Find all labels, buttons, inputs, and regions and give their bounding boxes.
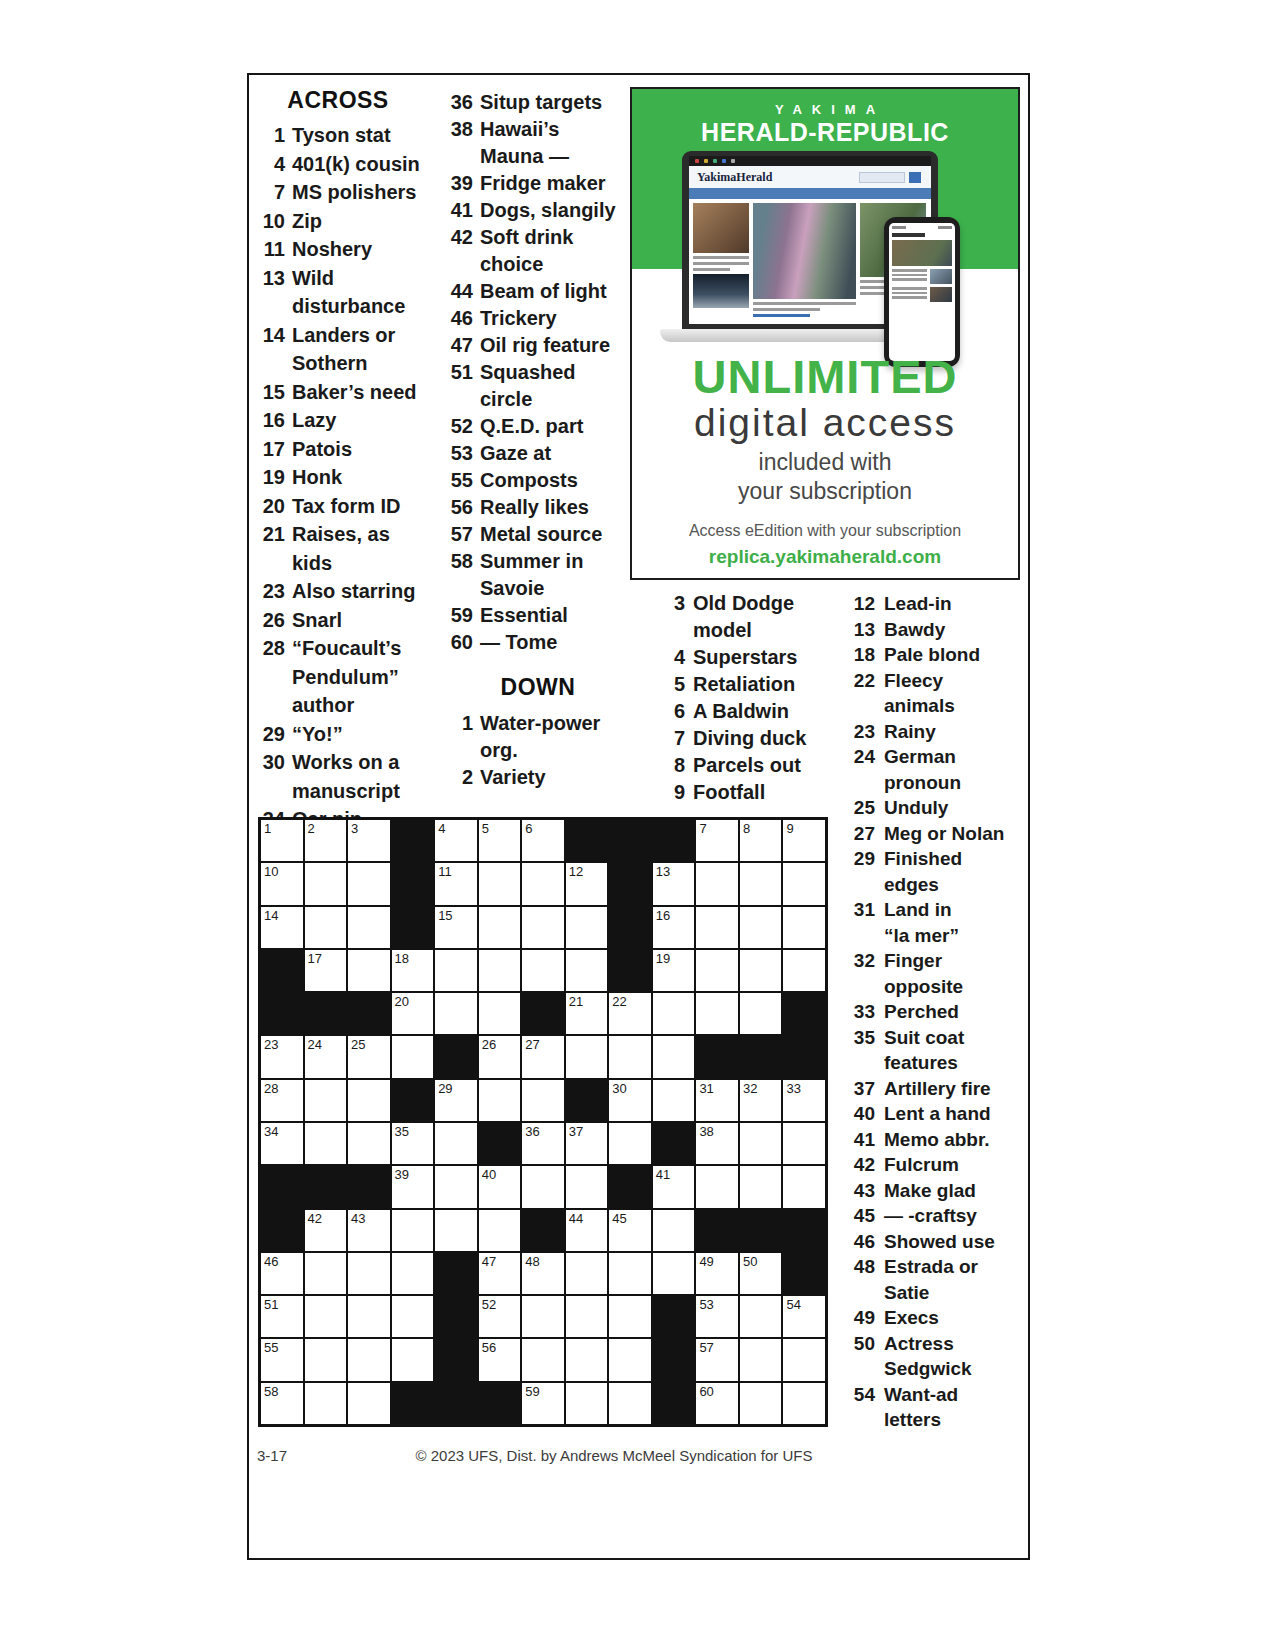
grid-cell[interactable] xyxy=(435,993,477,1034)
grid-cell[interactable] xyxy=(740,950,782,991)
grid-cell[interactable]: 17 xyxy=(305,950,347,991)
grid-cell[interactable]: 29 xyxy=(435,1080,477,1121)
clue-number: 32 xyxy=(845,948,875,974)
grid-cell[interactable]: 42 xyxy=(305,1210,347,1251)
cell-number: 23 xyxy=(264,1037,278,1052)
clue-item: 5Retaliation xyxy=(669,671,839,698)
grid-block xyxy=(740,1210,782,1251)
grid-cell[interactable]: 26 xyxy=(479,1036,521,1077)
clue-number: 23 xyxy=(845,719,875,745)
clue-number: 9 xyxy=(669,779,685,806)
grid-cell[interactable]: 6 xyxy=(522,820,564,861)
clue-item: 31Land in“la mer” xyxy=(845,897,1027,948)
favicon-dot xyxy=(695,159,699,163)
grid-block xyxy=(392,907,434,948)
clue-text: Artillery fire xyxy=(884,1076,991,1102)
cell-number: 36 xyxy=(525,1124,539,1139)
clue-item: 23Also starring xyxy=(255,577,447,606)
ad-subheadline: digital access xyxy=(632,401,1018,445)
grid-cell[interactable]: 2 xyxy=(305,820,347,861)
news-car-ad xyxy=(693,274,749,308)
cell-number: 10 xyxy=(264,864,278,879)
grid-cell[interactable] xyxy=(783,1166,825,1207)
cell-number: 58 xyxy=(264,1384,278,1399)
grid-cell[interactable] xyxy=(740,1166,782,1207)
clue-item: 10Zip xyxy=(255,207,447,236)
grid-cell[interactable]: 39 xyxy=(392,1166,434,1207)
clue-text: Lazy xyxy=(292,406,336,435)
grid-block xyxy=(566,1080,608,1121)
cell-number: 40 xyxy=(482,1167,496,1182)
grid-cell[interactable] xyxy=(392,1253,434,1294)
grid-cell[interactable]: 12 xyxy=(566,863,608,904)
grid-cell[interactable]: 60 xyxy=(696,1383,738,1424)
grid-cell[interactable]: 22 xyxy=(609,993,651,1034)
news-nav-bar xyxy=(689,188,931,199)
grid-cell[interactable] xyxy=(305,1253,347,1294)
grid-cell[interactable] xyxy=(305,1123,347,1164)
clue-number: 7 xyxy=(669,725,685,752)
clue-number: 1 xyxy=(255,121,285,150)
clue-text: Water-powerorg. xyxy=(480,710,600,764)
grid-block xyxy=(261,1210,303,1251)
clue-item: 21Raises, askids xyxy=(255,520,447,577)
clue-text: Baker’s need xyxy=(292,378,417,407)
grid-cell[interactable] xyxy=(740,1123,782,1164)
clue-number: 13 xyxy=(845,617,875,643)
grid-cell[interactable] xyxy=(566,1253,608,1294)
grid-cell[interactable]: 28 xyxy=(261,1080,303,1121)
grid-cell[interactable] xyxy=(348,1339,390,1380)
grid-cell[interactable] xyxy=(305,1296,347,1337)
clue-number: 53 xyxy=(445,440,473,467)
cell-number: 59 xyxy=(525,1384,539,1399)
grid-cell[interactable] xyxy=(653,1080,695,1121)
grid-cell[interactable] xyxy=(783,1123,825,1164)
grid-cell[interactable]: 18 xyxy=(392,950,434,991)
grid-cell[interactable] xyxy=(609,1296,651,1337)
clue-item: 16Lazy xyxy=(255,406,447,435)
grid-cell[interactable] xyxy=(305,1080,347,1121)
grid-cell[interactable]: 52 xyxy=(479,1296,521,1337)
cell-number: 48 xyxy=(525,1254,539,1269)
phone-story-row xyxy=(892,287,952,302)
grid-cell[interactable] xyxy=(348,1383,390,1424)
clue-text: Superstars xyxy=(693,644,798,671)
clue-text: Fridge maker xyxy=(480,170,606,197)
grid-cell[interactable] xyxy=(696,1166,738,1207)
grid-cell[interactable]: 19 xyxy=(653,950,695,991)
grid-cell[interactable]: 7 xyxy=(696,820,738,861)
clue-number: 52 xyxy=(445,413,473,440)
grid-cell[interactable]: 8 xyxy=(740,820,782,861)
grid-cell[interactable] xyxy=(348,1080,390,1121)
grid-cell[interactable]: 54 xyxy=(783,1296,825,1337)
grid-cell[interactable]: 49 xyxy=(696,1253,738,1294)
cell-number: 13 xyxy=(656,864,670,879)
ad-headline: UNLIMITED xyxy=(632,349,1018,404)
clue-text: Fulcrum xyxy=(884,1152,959,1178)
clue-item: 42Soft drinkchoice xyxy=(445,224,631,278)
clue-text: Bawdy xyxy=(884,617,945,643)
clue-text: Memo abbr. xyxy=(884,1127,990,1153)
copyright-notice: © 2023 UFS, Dist. by Andrews McMeel Synd… xyxy=(364,1447,864,1464)
grid-cell[interactable]: 32 xyxy=(740,1080,782,1121)
cell-number: 60 xyxy=(699,1384,713,1399)
grid-cell[interactable] xyxy=(522,950,564,991)
grid-cell[interactable] xyxy=(392,1296,434,1337)
clue-text: Tax form ID xyxy=(292,492,401,521)
clue-item: 11Noshery xyxy=(255,235,447,264)
clue-number: 20 xyxy=(255,492,285,521)
grid-cell[interactable] xyxy=(609,1253,651,1294)
grid-cell[interactable]: 27 xyxy=(522,1036,564,1077)
browser-bar xyxy=(689,156,931,166)
grid-cell[interactable]: 9 xyxy=(783,820,825,861)
grid-cell[interactable]: 11 xyxy=(435,863,477,904)
clue-number: 44 xyxy=(445,278,473,305)
grid-cell[interactable] xyxy=(609,1123,651,1164)
grid-cell[interactable]: 24 xyxy=(305,1036,347,1077)
grid-cell[interactable]: 50 xyxy=(740,1253,782,1294)
clue-number: 4 xyxy=(255,150,285,179)
grid-cell[interactable]: 51 xyxy=(261,1296,303,1337)
clue-item: 41Memo abbr. xyxy=(845,1127,1027,1153)
grid-cell[interactable] xyxy=(479,1080,521,1121)
grid-cell[interactable]: 40 xyxy=(479,1166,521,1207)
clue-number: 2 xyxy=(445,764,473,791)
grid-cell[interactable] xyxy=(783,907,825,948)
cell-number: 46 xyxy=(264,1254,278,1269)
grid-cell[interactable] xyxy=(479,907,521,948)
phone-story-text xyxy=(892,269,927,284)
favicon-dot xyxy=(704,159,708,163)
cell-number: 31 xyxy=(699,1081,713,1096)
grid-cell[interactable] xyxy=(696,993,738,1034)
grid-cell[interactable]: 25 xyxy=(348,1036,390,1077)
clue-text: Execs xyxy=(884,1305,939,1331)
grid-cell[interactable] xyxy=(348,1123,390,1164)
grid-cell[interactable]: 34 xyxy=(261,1123,303,1164)
clue-item: 14Landers orSothern xyxy=(255,321,447,378)
clue-number: 41 xyxy=(445,197,473,224)
clue-number: 51 xyxy=(445,359,473,386)
grid-cell[interactable] xyxy=(522,1339,564,1380)
grid-cell[interactable]: 16 xyxy=(653,907,695,948)
grid-cell[interactable] xyxy=(522,1166,564,1207)
clue-item: 52Q.E.D. part xyxy=(445,413,631,440)
grid-cell[interactable] xyxy=(522,1296,564,1337)
clue-text: Meg or Nolan xyxy=(884,821,1004,847)
cell-number: 44 xyxy=(569,1211,583,1226)
grid-cell[interactable] xyxy=(348,1296,390,1337)
news-masthead: YakimaHerald xyxy=(689,166,931,188)
grid-cell[interactable] xyxy=(783,950,825,991)
grid-cell[interactable] xyxy=(392,1210,434,1251)
grid-cell[interactable]: 53 xyxy=(696,1296,738,1337)
cell-number: 43 xyxy=(351,1211,365,1226)
grid-cell[interactable]: 20 xyxy=(392,993,434,1034)
grid-cell[interactable]: 58 xyxy=(261,1383,303,1424)
grid-cell[interactable]: 55 xyxy=(261,1339,303,1380)
clue-number: 29 xyxy=(845,846,875,872)
cell-number: 11 xyxy=(438,864,452,879)
clue-text: Noshery xyxy=(292,235,372,264)
news-text-line xyxy=(753,308,820,311)
clue-item: 28“Foucault’sPendulum”author xyxy=(255,634,447,720)
grid-block xyxy=(609,1166,651,1207)
clue-text: Want-adletters xyxy=(884,1382,958,1433)
cell-number: 26 xyxy=(482,1037,496,1052)
grid-cell[interactable]: 10 xyxy=(261,863,303,904)
grid-cell[interactable] xyxy=(566,1383,608,1424)
middle-clue-column: 36Situp targets38Hawaii’sMauna —39Fridge… xyxy=(445,89,631,791)
grid-block xyxy=(783,1036,825,1077)
grid-cell[interactable] xyxy=(305,863,347,904)
grid-cell[interactable]: 33 xyxy=(783,1080,825,1121)
clue-text: “Yo!” xyxy=(292,720,343,749)
clue-text: Land in“la mer” xyxy=(884,897,959,948)
clue-number: 46 xyxy=(845,1229,875,1255)
grid-cell[interactable] xyxy=(348,863,390,904)
grid-cell[interactable]: 45 xyxy=(609,1210,651,1251)
grid-cell[interactable] xyxy=(653,993,695,1034)
grid-cell[interactable] xyxy=(392,1339,434,1380)
grid-cell[interactable]: 1 xyxy=(261,820,303,861)
grid-cell[interactable]: 35 xyxy=(392,1123,434,1164)
clue-item: 51Squashedcircle xyxy=(445,359,631,413)
cell-number: 51 xyxy=(264,1297,278,1312)
grid-cell[interactable]: 36 xyxy=(522,1123,564,1164)
clue-number: 42 xyxy=(445,224,473,251)
grid-cell[interactable] xyxy=(479,1210,521,1251)
grid-block xyxy=(392,1383,434,1424)
clue-text: “Foucault’sPendulum”author xyxy=(292,634,401,720)
grid-cell[interactable] xyxy=(305,1383,347,1424)
grid-cell[interactable]: 31 xyxy=(696,1080,738,1121)
clue-number: 6 xyxy=(669,698,685,725)
clue-item: 54Want-adletters xyxy=(845,1382,1027,1433)
clue-text: Diving duck xyxy=(693,725,806,752)
grid-cell[interactable] xyxy=(783,1339,825,1380)
ad-brand-name: HERALD-REPUBLIC xyxy=(632,118,1018,147)
grid-cell[interactable]: 21 xyxy=(566,993,608,1034)
phone-story-thumb xyxy=(930,287,952,302)
grid-cell[interactable]: 44 xyxy=(566,1210,608,1251)
grid-cell[interactable]: 15 xyxy=(435,907,477,948)
clue-text: A Baldwin xyxy=(693,698,789,725)
ad-brand-city: YAKIMA xyxy=(632,102,1018,117)
grid-cell[interactable]: 38 xyxy=(696,1123,738,1164)
grid-cell[interactable]: 23 xyxy=(261,1036,303,1077)
grid-cell[interactable]: 30 xyxy=(609,1080,651,1121)
grid-cell[interactable] xyxy=(435,1123,477,1164)
grid-block xyxy=(783,993,825,1034)
grid-cell[interactable] xyxy=(479,863,521,904)
news-text-line xyxy=(753,314,810,317)
clue-item: 27Meg or Nolan xyxy=(845,821,1027,847)
grid-cell[interactable]: 14 xyxy=(261,907,303,948)
grid-cell[interactable] xyxy=(435,1210,477,1251)
clue-text: Old Dodgemodel xyxy=(693,590,794,644)
grid-cell[interactable]: 3 xyxy=(348,820,390,861)
grid-cell[interactable] xyxy=(566,950,608,991)
clue-text: Honk xyxy=(292,463,342,492)
grid-cell[interactable]: 5 xyxy=(479,820,521,861)
grid-block xyxy=(479,1383,521,1424)
grid-cell[interactable]: 43 xyxy=(348,1210,390,1251)
news-column xyxy=(693,203,749,320)
grid-cell[interactable] xyxy=(305,907,347,948)
grid-cell[interactable] xyxy=(566,1339,608,1380)
grid-cell[interactable] xyxy=(522,907,564,948)
clue-text: — -craftsy xyxy=(884,1203,977,1229)
grid-cell[interactable]: 56 xyxy=(479,1339,521,1380)
grid-cell[interactable] xyxy=(653,1253,695,1294)
clue-number: 29 xyxy=(255,720,285,749)
grid-cell[interactable] xyxy=(348,950,390,991)
grid-block xyxy=(479,1123,521,1164)
status-segment xyxy=(892,226,906,229)
grid-cell[interactable]: 57 xyxy=(696,1339,738,1380)
phone-photo xyxy=(892,240,952,266)
grid-cell[interactable] xyxy=(435,950,477,991)
cell-number: 5 xyxy=(482,821,489,836)
grid-cell[interactable] xyxy=(783,1383,825,1424)
grid-cell[interactable] xyxy=(566,1296,608,1337)
cell-number: 12 xyxy=(569,864,583,879)
grid-cell[interactable] xyxy=(740,1296,782,1337)
clue-item: 13Bawdy xyxy=(845,617,1027,643)
clue-number: 43 xyxy=(845,1178,875,1204)
grid-block xyxy=(305,993,347,1034)
grid-cell[interactable] xyxy=(740,907,782,948)
clue-item: 6A Baldwin xyxy=(669,698,839,725)
clue-number: 58 xyxy=(445,548,473,575)
clue-number: 30 xyxy=(255,748,285,777)
clue-item: 1Tyson stat xyxy=(255,121,447,150)
clue-text: Landers orSothern xyxy=(292,321,395,378)
grid-cell[interactable] xyxy=(740,863,782,904)
crossword-grid[interactable]: 1234567891011121314151617181920212223242… xyxy=(258,817,828,1427)
grid-block xyxy=(435,1296,477,1337)
cell-number: 24 xyxy=(308,1037,322,1052)
grid-cell[interactable] xyxy=(435,1166,477,1207)
news-photo xyxy=(693,203,749,253)
grid-cell[interactable] xyxy=(609,1383,651,1424)
across-clue-column: 1Tyson stat4401(k) cousin7MS polishers10… xyxy=(255,121,447,834)
grid-cell[interactable] xyxy=(566,1166,608,1207)
clue-text: 401(k) cousin xyxy=(292,150,420,179)
grid-cell[interactable]: 4 xyxy=(435,820,477,861)
grid-cell[interactable] xyxy=(566,907,608,948)
ad-replica-url[interactable]: replica.yakimaherald.com xyxy=(632,546,1018,568)
grid-cell[interactable] xyxy=(696,950,738,991)
cell-number: 2 xyxy=(308,821,315,836)
grid-cell[interactable] xyxy=(522,1080,564,1121)
grid-block xyxy=(783,1253,825,1294)
news-search-box xyxy=(859,172,905,183)
clue-text: Summer inSavoie xyxy=(480,548,583,602)
grid-cell[interactable] xyxy=(696,863,738,904)
clue-item: 7MS polishers xyxy=(255,178,447,207)
phone-screen xyxy=(889,223,955,361)
clue-item: 13Wilddisturbance xyxy=(255,264,447,321)
clue-number: 31 xyxy=(845,897,875,923)
cell-number: 38 xyxy=(699,1124,713,1139)
clue-text: Parcels out xyxy=(693,752,801,779)
grid-cell[interactable] xyxy=(783,863,825,904)
grid-cell[interactable] xyxy=(566,1036,608,1077)
grid-block xyxy=(435,1036,477,1077)
clue-number: 22 xyxy=(845,668,875,694)
phone-story-text xyxy=(892,287,927,302)
grid-cell[interactable] xyxy=(348,907,390,948)
clue-item: 50ActressSedgwick xyxy=(845,1331,1027,1382)
clue-text: Snarl xyxy=(292,606,342,635)
grid-cell[interactable]: 13 xyxy=(653,863,695,904)
clue-number: 15 xyxy=(255,378,285,407)
grid-cell[interactable] xyxy=(609,1036,651,1077)
grid-cell[interactable]: 59 xyxy=(522,1383,564,1424)
clue-item: 17Patois xyxy=(255,435,447,464)
grid-cell[interactable]: 46 xyxy=(261,1253,303,1294)
clue-text: Soft drinkchoice xyxy=(480,224,573,278)
clue-number: 3 xyxy=(669,590,685,617)
grid-cell[interactable] xyxy=(740,1339,782,1380)
clue-number: 11 xyxy=(255,235,285,264)
clue-text: Fleecyanimals xyxy=(884,668,955,719)
cell-number: 4 xyxy=(438,821,445,836)
cell-number: 9 xyxy=(786,821,793,836)
clue-text: Showed use xyxy=(884,1229,995,1255)
grid-cell[interactable] xyxy=(305,1339,347,1380)
clue-item: 55Composts xyxy=(445,467,631,494)
clue-item: 24Germanpronoun xyxy=(845,744,1027,795)
grid-cell[interactable] xyxy=(392,1036,434,1077)
grid-cell[interactable]: 47 xyxy=(479,1253,521,1294)
clue-item: 46Showed use xyxy=(845,1229,1027,1255)
cell-number: 56 xyxy=(482,1340,496,1355)
clue-text: Perched xyxy=(884,999,959,1025)
cell-number: 34 xyxy=(264,1124,278,1139)
grid-cell[interactable] xyxy=(653,1210,695,1251)
grid-cell[interactable] xyxy=(653,1036,695,1077)
clue-number: 25 xyxy=(845,795,875,821)
clue-text: Unduly xyxy=(884,795,948,821)
grid-cell[interactable]: 37 xyxy=(566,1123,608,1164)
clue-number: 27 xyxy=(845,821,875,847)
grid-cell[interactable] xyxy=(609,1339,651,1380)
clue-number: 19 xyxy=(255,463,285,492)
grid-cell[interactable] xyxy=(740,1383,782,1424)
grid-cell[interactable]: 48 xyxy=(522,1253,564,1294)
grid-cell[interactable] xyxy=(479,993,521,1034)
cell-number: 41 xyxy=(656,1167,670,1182)
clue-number: 26 xyxy=(255,606,285,635)
grid-cell[interactable] xyxy=(522,863,564,904)
grid-cell[interactable] xyxy=(696,907,738,948)
grid-cell[interactable] xyxy=(479,950,521,991)
grid-cell[interactable] xyxy=(348,1253,390,1294)
grid-cell[interactable]: 41 xyxy=(653,1166,695,1207)
news-text-line xyxy=(693,262,749,265)
grid-block xyxy=(653,1383,695,1424)
clue-text: — Tome xyxy=(480,629,557,656)
grid-cell[interactable] xyxy=(740,993,782,1034)
clue-text: Suit coatfeatures xyxy=(884,1025,964,1076)
clue-text: Situp targets xyxy=(480,89,602,116)
